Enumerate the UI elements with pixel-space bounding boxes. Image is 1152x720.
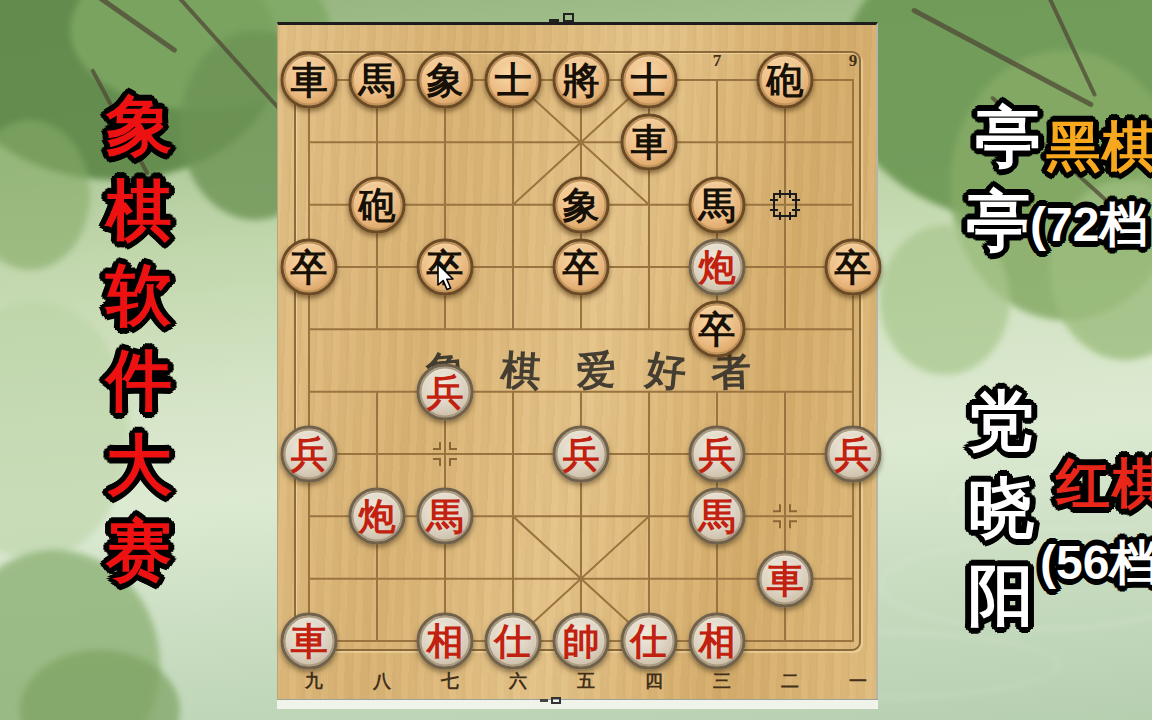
- piece-red-chariot[interactable]: 車: [281, 612, 338, 669]
- left-title-banner: 象棋软件大赛: [96, 92, 182, 583]
- piece-glyph: 炮: [699, 248, 736, 285]
- piece-glyph: 士: [631, 62, 668, 99]
- piece-glyph: 車: [631, 124, 668, 161]
- piece-red-cannon[interactable]: 炮: [689, 238, 746, 295]
- left-title-char: 赛: [96, 517, 182, 583]
- piece-red-horse[interactable]: 馬: [689, 488, 746, 545]
- left-title-char: 软: [96, 262, 182, 328]
- piece-red-soldier[interactable]: 兵: [417, 363, 474, 420]
- bottom-edge-text-fragment: [540, 699, 548, 702]
- piece-glyph: 卒: [291, 248, 328, 285]
- piece-black-advisor[interactable]: 士: [485, 52, 542, 109]
- video-frame: { "game": "xiangqi", "position": { "fen"…: [0, 0, 1152, 720]
- piece-glyph: 兵: [427, 373, 464, 410]
- piece-glyph: 兵: [699, 435, 736, 472]
- piece-glyph: 象: [563, 186, 600, 223]
- piece-black-general[interactable]: 將: [553, 52, 610, 109]
- piece-red-advisor[interactable]: 仕: [485, 612, 542, 669]
- piece-red-soldier[interactable]: 兵: [689, 425, 746, 482]
- river-inscription-char: 爱: [574, 342, 618, 400]
- black-player-name-line2: 亭: [966, 186, 1032, 256]
- piece-red-soldier[interactable]: 兵: [281, 425, 338, 482]
- piece-black-horse[interactable]: 馬: [689, 176, 746, 233]
- last-move-origin-marker: [773, 193, 797, 217]
- piece-red-general[interactable]: 帥: [553, 612, 610, 669]
- piece-red-chariot[interactable]: 車: [757, 550, 814, 607]
- piece-glyph: 仕: [631, 622, 668, 659]
- piece-black-elephant[interactable]: 象: [417, 52, 474, 109]
- piece-glyph: 砲: [359, 186, 396, 223]
- piece-red-soldier[interactable]: 兵: [825, 425, 882, 482]
- piece-red-horse[interactable]: 馬: [417, 488, 474, 545]
- piece-black-soldier[interactable]: 卒: [825, 238, 882, 295]
- piece-glyph: 卒: [835, 248, 872, 285]
- piece-red-soldier[interactable]: 兵: [553, 425, 610, 482]
- piece-glyph: 炮: [359, 498, 396, 535]
- red-player-name: 党晓阳: [968, 388, 1034, 628]
- piece-glyph: 車: [767, 560, 804, 597]
- piece-black-soldier[interactable]: 卒: [689, 301, 746, 358]
- piece-glyph: 卒: [699, 311, 736, 348]
- red-side-tag: 红棋: [1056, 454, 1152, 512]
- piece-red-cannon[interactable]: 炮: [349, 488, 406, 545]
- top-edge-text-fragment: [549, 19, 559, 22]
- piece-red-elephant[interactable]: 相: [689, 612, 746, 669]
- river-inscription-char: 好: [643, 342, 689, 401]
- piece-glyph: 兵: [563, 435, 600, 472]
- piece-black-cannon[interactable]: 砲: [757, 52, 814, 109]
- black-player-rating: (72档: [1030, 198, 1147, 252]
- piece-black-cannon[interactable]: 砲: [349, 176, 406, 233]
- piece-black-chariot[interactable]: 車: [621, 114, 678, 171]
- piece-black-advisor[interactable]: 士: [621, 52, 678, 109]
- red-player-rating: (56档: [1040, 536, 1152, 590]
- bottom-edge-text-fragment: [551, 697, 561, 704]
- piece-glyph: 帥: [563, 622, 600, 659]
- piece-glyph: 車: [291, 62, 328, 99]
- piece-glyph: 馬: [699, 186, 736, 223]
- piece-glyph: 象: [427, 62, 464, 99]
- piece-red-elephant[interactable]: 相: [417, 612, 474, 669]
- piece-glyph: 兵: [835, 435, 872, 472]
- piece-glyph: 馬: [427, 498, 464, 535]
- piece-red-advisor[interactable]: 仕: [621, 612, 678, 669]
- piece-glyph: 馬: [359, 62, 396, 99]
- left-title-char: 棋: [96, 177, 182, 243]
- piece-glyph: 馬: [699, 498, 736, 535]
- xiangqi-board[interactable]: 123456789 九八七六五四三二一 象棋爱好者 車馬象士將士砲車砲象馬卒卒卒…: [277, 22, 878, 708]
- piece-glyph: 車: [291, 622, 328, 659]
- piece-black-soldier[interactable]: 卒: [281, 238, 338, 295]
- piece-glyph: 砲: [767, 62, 804, 99]
- river-inscription-char: 棋: [499, 342, 543, 400]
- black-player-name-line1: 亭: [975, 102, 1041, 172]
- piece-glyph: 士: [495, 62, 532, 99]
- piece-glyph: 卒: [563, 248, 600, 285]
- left-title-char: 象: [96, 92, 182, 158]
- piece-glyph: 兵: [291, 435, 328, 472]
- top-edge-text-fragment: [563, 13, 574, 22]
- piece-glyph: 卒: [427, 248, 464, 285]
- piece-black-chariot[interactable]: 車: [281, 52, 338, 109]
- piece-glyph: 仕: [495, 622, 532, 659]
- piece-glyph: 將: [563, 62, 600, 99]
- left-title-char: 件: [96, 347, 182, 413]
- piece-glyph: 相: [699, 622, 736, 659]
- red-player-name-char: 阳: [968, 562, 1034, 628]
- piece-black-soldier[interactable]: 卒: [553, 238, 610, 295]
- red-player-name-char: 党: [968, 388, 1034, 454]
- red-player-name-char: 晓: [968, 475, 1034, 541]
- piece-black-elephant[interactable]: 象: [553, 176, 610, 233]
- black-side-tag: 黑棋: [1046, 117, 1152, 175]
- board-bottom-strip: [277, 699, 878, 709]
- piece-black-soldier[interactable]: 卒: [417, 238, 474, 295]
- left-title-char: 大: [96, 432, 182, 498]
- piece-glyph: 相: [427, 622, 464, 659]
- piece-black-horse[interactable]: 馬: [349, 52, 406, 109]
